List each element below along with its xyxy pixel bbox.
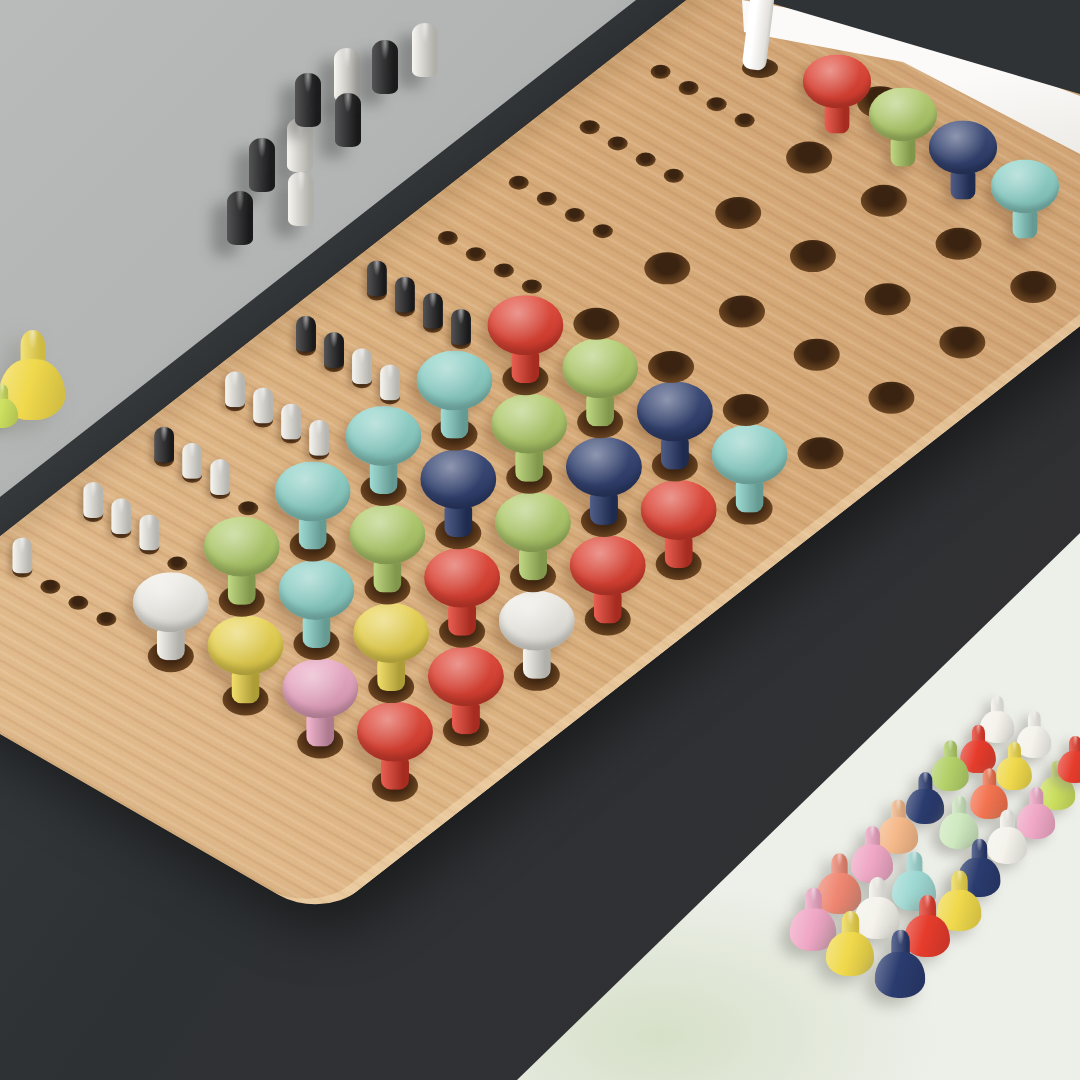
peg-hole[interactable] (865, 283, 911, 315)
standing-peg-black[interactable] (372, 40, 398, 94)
peg-neck (661, 437, 689, 469)
standing-peg-white[interactable] (288, 172, 314, 226)
code-peg-teal[interactable] (991, 159, 1059, 238)
peg-hole[interactable] (794, 339, 840, 371)
peg-hole[interactable] (798, 437, 844, 469)
peg-neck (440, 407, 468, 439)
feedback-peg-white[interactable] (352, 348, 372, 384)
feedback-peg-white[interactable] (139, 514, 159, 550)
peg-hole[interactable] (939, 326, 985, 358)
peg-neck (448, 604, 476, 636)
feedback-peg-black[interactable] (296, 316, 316, 352)
peg-hole[interactable] (644, 252, 690, 284)
feedback-peg-white[interactable] (380, 364, 400, 400)
peg-neck (444, 505, 472, 537)
cone-body (826, 932, 874, 976)
feedback-peg-white[interactable] (83, 482, 103, 518)
feedback-peg-white[interactable] (281, 404, 301, 440)
peg-neck (1012, 210, 1037, 239)
cone-body (875, 952, 926, 998)
cone-body (0, 399, 18, 428)
peg-cap (991, 159, 1059, 213)
feedback-hole[interactable] (679, 81, 699, 95)
code-peg-navy[interactable] (929, 120, 997, 199)
peg-hole[interactable] (573, 308, 619, 340)
peg-neck (370, 462, 398, 494)
standing-peg-black[interactable] (227, 191, 253, 245)
peg-hole[interactable] (715, 197, 761, 229)
feedback-peg-white[interactable] (225, 371, 245, 407)
peg-neck (824, 105, 849, 134)
feedback-peg-black[interactable] (451, 309, 471, 345)
feedback-hole[interactable] (522, 280, 542, 294)
feedback-hole[interactable] (537, 192, 557, 206)
feedback-hole[interactable] (438, 231, 458, 245)
feedback-gap (759, 128, 772, 136)
standing-peg-black[interactable] (295, 73, 321, 127)
feedback-peg-black[interactable] (395, 277, 415, 313)
feedback-hole[interactable] (509, 176, 529, 190)
peg-hole[interactable] (861, 185, 907, 217)
feedback-hole[interactable] (466, 247, 486, 261)
peg-neck (452, 702, 480, 734)
feedback-gap (688, 184, 701, 192)
peg-neck (511, 351, 539, 383)
feedback-hole[interactable] (636, 153, 656, 167)
peg-cap (929, 120, 997, 174)
peg-neck (373, 561, 401, 593)
peg-neck (890, 138, 915, 167)
feedback-hole[interactable] (68, 596, 88, 610)
peg-hole[interactable] (786, 142, 832, 174)
peg-neck (736, 481, 764, 513)
feedback-hole[interactable] (565, 208, 585, 222)
peg-neck (950, 171, 975, 200)
peg-neck (232, 671, 260, 703)
feedback-peg-black[interactable] (423, 293, 443, 329)
feedback-peg-black[interactable] (154, 427, 174, 463)
feedback-gap (120, 627, 133, 635)
peg-neck (590, 493, 618, 525)
peg-neck (228, 573, 256, 605)
peg-neck (594, 591, 622, 623)
standing-peg-white[interactable] (412, 23, 438, 77)
peg-neck (523, 647, 551, 679)
feedback-hole[interactable] (40, 580, 60, 594)
peg-hole[interactable] (648, 351, 694, 383)
feedback-peg-white[interactable] (111, 498, 131, 534)
feedback-hole[interactable] (608, 136, 628, 150)
feedback-hole[interactable] (494, 263, 514, 277)
peg-hole[interactable] (936, 228, 982, 260)
peg-hole[interactable] (1010, 271, 1056, 303)
feedback-peg-black[interactable] (324, 332, 344, 368)
lime-cone-piece[interactable] (0, 385, 21, 428)
peg-neck (519, 548, 547, 580)
code-peg-red[interactable] (803, 54, 871, 133)
peg-neck (157, 628, 185, 660)
feedback-hole[interactable] (651, 65, 671, 79)
scene (0, 0, 1080, 1080)
peg-neck (665, 536, 693, 568)
feedback-gap (617, 239, 630, 247)
peg-hole[interactable] (868, 382, 914, 414)
feedback-peg-black[interactable] (367, 260, 387, 296)
code-peg-green[interactable] (869, 87, 937, 166)
feedback-peg-white[interactable] (12, 537, 32, 573)
peg-neck (302, 616, 330, 648)
feedback-hole[interactable] (664, 169, 684, 183)
peg-cap (869, 87, 937, 141)
feedback-hole[interactable] (593, 224, 613, 238)
peg-hole[interactable] (723, 394, 769, 426)
feedback-hole[interactable] (707, 97, 727, 111)
feedback-hole[interactable] (238, 501, 258, 515)
peg-hole[interactable] (719, 296, 765, 328)
peg-neck (586, 394, 614, 426)
peg-neck (377, 659, 405, 691)
cone-body (1058, 751, 1080, 783)
feedback-hole[interactable] (167, 557, 187, 571)
standing-peg-black[interactable] (335, 93, 361, 147)
feedback-hole[interactable] (580, 120, 600, 134)
feedback-peg-white[interactable] (309, 420, 329, 456)
feedback-peg-white[interactable] (210, 459, 230, 495)
peg-cap (803, 54, 871, 108)
cone-piece-navy[interactable] (870, 930, 929, 998)
standing-peg-black[interactable] (249, 138, 275, 192)
cone-piece-red[interactable] (1054, 736, 1080, 783)
peg-hole[interactable] (790, 240, 836, 272)
peg-neck (515, 450, 543, 482)
feedback-peg-white[interactable] (182, 443, 202, 479)
peg-neck (381, 758, 409, 790)
peg-neck (306, 715, 334, 747)
feedback-peg-white[interactable] (253, 387, 273, 423)
feedback-hole[interactable] (735, 113, 755, 127)
feedback-hole[interactable] (96, 612, 116, 626)
peg-neck (299, 517, 327, 549)
